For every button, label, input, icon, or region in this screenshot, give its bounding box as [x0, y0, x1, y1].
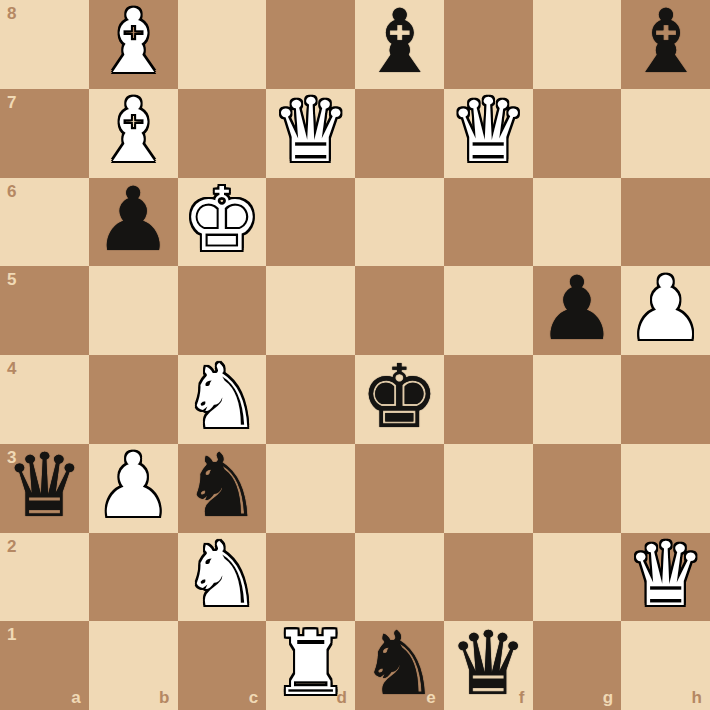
square-d1[interactable]: d♜: [266, 621, 355, 710]
square-c8[interactable]: [178, 0, 267, 89]
piece-white-knight[interactable]: ♞: [178, 533, 267, 622]
square-c1[interactable]: c: [178, 621, 267, 710]
square-a6[interactable]: 6: [0, 178, 89, 267]
rank-label-1: 1: [7, 626, 16, 643]
square-f1[interactable]: f♛: [444, 621, 533, 710]
square-h7[interactable]: [621, 89, 710, 178]
file-label-a: a: [71, 689, 80, 706]
square-h3[interactable]: [621, 444, 710, 533]
square-b7[interactable]: ♝: [89, 89, 178, 178]
square-e2[interactable]: [355, 533, 444, 622]
square-h1[interactable]: h: [621, 621, 710, 710]
square-c6[interactable]: ♚: [178, 178, 267, 267]
piece-white-queen[interactable]: ♛: [621, 533, 710, 622]
square-f2[interactable]: [444, 533, 533, 622]
rank-label-2: 2: [7, 538, 16, 555]
rank-label-4: 4: [7, 360, 16, 377]
rank-label-6: 6: [7, 183, 16, 200]
piece-white-knight[interactable]: ♞: [178, 355, 267, 444]
square-a5[interactable]: 5: [0, 266, 89, 355]
square-g5[interactable]: ♟: [533, 266, 622, 355]
file-label-g: g: [603, 689, 613, 706]
square-g7[interactable]: [533, 89, 622, 178]
square-g8[interactable]: [533, 0, 622, 89]
piece-black-knight[interactable]: ♞: [178, 444, 267, 533]
square-e3[interactable]: [355, 444, 444, 533]
square-e5[interactable]: [355, 266, 444, 355]
rank-label-7: 7: [7, 94, 16, 111]
square-h5[interactable]: ♟: [621, 266, 710, 355]
piece-black-queen[interactable]: ♛: [0, 444, 89, 533]
square-b5[interactable]: [89, 266, 178, 355]
square-d6[interactable]: [266, 178, 355, 267]
piece-black-pawn[interactable]: ♟: [89, 178, 178, 267]
square-d2[interactable]: [266, 533, 355, 622]
square-g4[interactable]: [533, 355, 622, 444]
square-f7[interactable]: ♛: [444, 89, 533, 178]
square-e7[interactable]: [355, 89, 444, 178]
file-label-b: b: [159, 689, 169, 706]
square-g2[interactable]: [533, 533, 622, 622]
square-d3[interactable]: [266, 444, 355, 533]
piece-black-bishop[interactable]: ♝: [355, 0, 444, 89]
piece-white-bishop[interactable]: ♝: [89, 89, 178, 178]
square-f4[interactable]: [444, 355, 533, 444]
square-a2[interactable]: 2: [0, 533, 89, 622]
square-a3[interactable]: 3♛: [0, 444, 89, 533]
piece-white-king[interactable]: ♚: [178, 178, 267, 267]
square-b3[interactable]: ♟: [89, 444, 178, 533]
piece-white-queen[interactable]: ♛: [444, 89, 533, 178]
piece-black-king[interactable]: ♚: [355, 355, 444, 444]
file-label-h: h: [692, 689, 702, 706]
square-b2[interactable]: [89, 533, 178, 622]
square-c3[interactable]: ♞: [178, 444, 267, 533]
square-f6[interactable]: [444, 178, 533, 267]
square-h2[interactable]: ♛: [621, 533, 710, 622]
chess-board: 8♝♝♝7♝♛♛6♟♚5♟♟4♞♚3♛♟♞2♞♛1abcd♜e♞f♛gh: [0, 0, 710, 710]
rank-label-8: 8: [7, 5, 16, 22]
square-a4[interactable]: 4: [0, 355, 89, 444]
square-d5[interactable]: [266, 266, 355, 355]
square-b6[interactable]: ♟: [89, 178, 178, 267]
square-c7[interactable]: [178, 89, 267, 178]
square-g1[interactable]: g: [533, 621, 622, 710]
square-a1[interactable]: 1a: [0, 621, 89, 710]
piece-black-pawn[interactable]: ♟: [533, 266, 622, 355]
square-a7[interactable]: 7: [0, 89, 89, 178]
square-d7[interactable]: ♛: [266, 89, 355, 178]
square-g3[interactable]: [533, 444, 622, 533]
square-d4[interactable]: [266, 355, 355, 444]
square-f5[interactable]: [444, 266, 533, 355]
square-c5[interactable]: [178, 266, 267, 355]
square-b8[interactable]: ♝: [89, 0, 178, 89]
square-e1[interactable]: e♞: [355, 621, 444, 710]
piece-white-pawn[interactable]: ♟: [89, 444, 178, 533]
piece-white-rook[interactable]: ♜: [266, 621, 355, 710]
square-h8[interactable]: ♝: [621, 0, 710, 89]
square-a8[interactable]: 8: [0, 0, 89, 89]
square-f3[interactable]: [444, 444, 533, 533]
file-label-c: c: [249, 689, 258, 706]
square-c4[interactable]: ♞: [178, 355, 267, 444]
square-h6[interactable]: [621, 178, 710, 267]
piece-black-queen[interactable]: ♛: [444, 621, 533, 710]
piece-black-knight[interactable]: ♞: [355, 621, 444, 710]
piece-white-bishop[interactable]: ♝: [89, 0, 178, 89]
piece-white-queen[interactable]: ♛: [266, 89, 355, 178]
square-c2[interactable]: ♞: [178, 533, 267, 622]
square-f8[interactable]: [444, 0, 533, 89]
square-e8[interactable]: ♝: [355, 0, 444, 89]
square-e6[interactable]: [355, 178, 444, 267]
square-g6[interactable]: [533, 178, 622, 267]
square-e4[interactable]: ♚: [355, 355, 444, 444]
square-b1[interactable]: b: [89, 621, 178, 710]
square-b4[interactable]: [89, 355, 178, 444]
square-h4[interactable]: [621, 355, 710, 444]
square-d8[interactable]: [266, 0, 355, 89]
piece-white-pawn[interactable]: ♟: [621, 266, 710, 355]
rank-label-5: 5: [7, 271, 16, 288]
piece-black-bishop[interactable]: ♝: [621, 0, 710, 89]
